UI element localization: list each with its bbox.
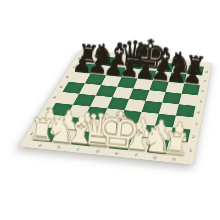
piece-white-king: ♚ (94, 103, 143, 157)
square-e5 (129, 89, 149, 101)
square-h5 (179, 94, 198, 106)
chess-set-product-photo: ♜♞♝♛♚♝♞♜♟♟♟♟♟♟♟♟♟♟♟♟♟♟♟♟♜♞♝♛♚♝♞♜ abcdefg… (0, 0, 220, 220)
rank-label-right-5: 5 (196, 95, 205, 106)
square-h7: ♟ (184, 74, 202, 85)
square-e1: ♚ (109, 135, 133, 151)
chess-board: ♜♞♝♛♚♝♞♜♟♟♟♟♟♟♟♟♟♟♟♟♟♟♟♟♜♞♝♛♚♝♞♜ (33, 54, 204, 156)
vinyl-board-mat: ♜♞♝♛♚♝♞♜♟♟♟♟♟♟♟♟♟♟♟♟♟♟♟♟♜♞♝♛♚♝♞♜ abcdefg… (19, 49, 212, 164)
board-perspective-stage: ♜♞♝♛♚♝♞♜♟♟♟♟♟♟♟♟♟♟♟♟♟♟♟♟♜♞♝♛♚♝♞♜ abcdefg… (46, 16, 211, 181)
rank-label-right-3: 3 (191, 117, 201, 130)
piece-black-pawn: ♟ (182, 64, 204, 88)
square-g1: ♞ (147, 139, 170, 155)
rank-label-right-4: 4 (194, 106, 203, 118)
piece-white-knight: ♞ (139, 121, 174, 159)
